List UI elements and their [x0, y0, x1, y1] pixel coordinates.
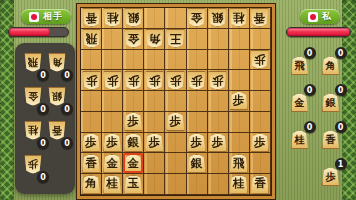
board-cell-2-2[interactable] — [102, 29, 123, 50]
board-cell-5-3[interactable] — [123, 91, 144, 112]
board-cell-3-7[interactable] — [208, 50, 229, 71]
board-cell-2-9[interactable] — [250, 29, 271, 50]
board-cell-9-1[interactable]: 角 — [81, 174, 102, 195]
board-cell-9-2[interactable]: 桂 — [102, 174, 123, 195]
board-cell-9-9[interactable]: 香 — [250, 174, 271, 195]
hand-piece-glyph: 銀 — [322, 93, 340, 112]
hand-piece-glyph: 香 — [322, 130, 340, 149]
hand-me-knight[interactable]: 桂0 — [291, 130, 309, 149]
opponent-badge: 相手 — [21, 9, 71, 24]
board-cell-8-7[interactable] — [208, 153, 229, 174]
board-cell-8-6[interactable]: 銀 — [187, 153, 208, 174]
capture-count-badge: 0 — [61, 137, 73, 149]
board-cell-5-9[interactable] — [250, 91, 271, 112]
piece-gote-king[interactable]: 王 — [166, 29, 185, 48]
hand-piece-glyph: 飛 — [291, 56, 309, 75]
capture-count-badge: 0 — [304, 121, 316, 133]
piece-sente-knight[interactable]: 桂 — [229, 175, 248, 194]
hand-me-silver[interactable]: 銀0 — [322, 93, 340, 112]
piece-gote-lance[interactable]: 香 — [250, 8, 269, 27]
me-badge: 私 — [300, 9, 340, 24]
board-cell-4-1[interactable]: 歩 — [81, 70, 102, 91]
board-cell-7-7[interactable]: 歩 — [208, 133, 229, 154]
board-cell-3-3[interactable] — [123, 50, 144, 71]
board-cell-4-3[interactable]: 歩 — [123, 70, 144, 91]
hand-me-gold[interactable]: 金0 — [291, 93, 309, 112]
hand-piece-glyph: 桂 — [291, 130, 309, 149]
shogi-app: 相手 飛0角0金0銀0桂0香0歩0 私 飛0角0金0銀0桂0香0歩1 香桂銀金銀… — [0, 0, 356, 200]
board-cell-2-3[interactable]: 金 — [123, 29, 144, 50]
piece-sente-pawn[interactable]: 歩 — [166, 112, 185, 131]
board-cell-7-2[interactable]: 歩 — [102, 133, 123, 154]
board-cell-3-8[interactable] — [229, 50, 250, 71]
board-cell-6-6[interactable] — [187, 112, 208, 133]
piece-gote-silver[interactable]: 銀 — [124, 8, 143, 27]
capture-count-badge: 1 — [335, 158, 347, 170]
piece-sente-pawn[interactable]: 歩 — [208, 133, 227, 152]
piece-sente-silver[interactable]: 銀 — [124, 133, 143, 152]
board-cell-5-7[interactable] — [208, 91, 229, 112]
board-cell-6-9[interactable] — [250, 112, 271, 133]
board-cell-9-6[interactable] — [187, 174, 208, 195]
piece-sente-lance[interactable]: 香 — [250, 175, 269, 194]
piece-gote-pawn[interactable]: 歩 — [103, 71, 122, 90]
piece-sente-king[interactable]: 玉 — [124, 175, 143, 194]
piece-gote-silver[interactable]: 銀 — [208, 8, 227, 27]
board-cell-7-9[interactable]: 歩 — [250, 133, 271, 154]
piece-gote-gold[interactable]: 金 — [124, 29, 143, 48]
hand-opponent-bishop[interactable]: 角0 — [48, 53, 66, 72]
capture-count-badge: 0 — [37, 69, 49, 81]
board-cell-1-5[interactable] — [165, 8, 186, 29]
board-cell-9-4[interactable] — [144, 174, 165, 195]
board-cell-5-4[interactable] — [144, 91, 165, 112]
capture-count-badge: 0 — [335, 84, 347, 96]
board-cell-9-3[interactable]: 玉 — [123, 174, 144, 195]
hand-me-pawn[interactable]: 歩1 — [322, 167, 340, 186]
hand-me-lance[interactable]: 香0 — [322, 130, 340, 149]
piece-gote-pawn[interactable]: 歩 — [187, 71, 206, 90]
board-cell-1-6[interactable]: 金 — [187, 8, 208, 29]
piece-sente-pawn[interactable]: 歩 — [250, 133, 269, 152]
piece-sente-lance[interactable]: 香 — [82, 154, 101, 173]
japan-flag-icon — [29, 12, 39, 22]
piece-sente-pawn[interactable]: 歩 — [103, 133, 122, 152]
piece-gote-pawn[interactable]: 歩 — [250, 50, 269, 69]
opponent-name: 相手 — [43, 10, 63, 23]
capture-count-badge: 0 — [335, 121, 347, 133]
board-cell-6-8[interactable] — [229, 112, 250, 133]
hand-piece-glyph: 歩 — [322, 167, 340, 186]
piece-gote-pawn[interactable]: 歩 — [82, 71, 101, 90]
board-cell-3-2[interactable] — [102, 50, 123, 71]
board-cell-2-5[interactable]: 王 — [165, 29, 186, 50]
piece-gote-bishop[interactable]: 角 — [145, 29, 164, 48]
board-cell-4-6[interactable]: 歩 — [187, 70, 208, 91]
board-cell-6-1[interactable] — [81, 112, 102, 133]
board-cell-6-7[interactable] — [208, 112, 229, 133]
board-cell-9-8[interactable]: 桂 — [229, 174, 250, 195]
board-cell-7-6[interactable]: 歩 — [187, 133, 208, 154]
piece-gote-knight[interactable]: 桂 — [229, 8, 248, 27]
hand-opponent-gold[interactable]: 金0 — [24, 87, 42, 106]
board-cell-6-3[interactable]: 歩 — [123, 112, 144, 133]
board-cell-2-7[interactable] — [208, 29, 229, 50]
board-cell-2-8[interactable] — [229, 29, 250, 50]
board-cell-3-1[interactable] — [81, 50, 102, 71]
me-time-fill — [287, 28, 350, 36]
board-cell-7-8[interactable] — [229, 133, 250, 154]
piece-sente-knight[interactable]: 桂 — [103, 175, 122, 194]
capture-count-badge: 0 — [335, 47, 347, 59]
board-cell-3-4[interactable] — [144, 50, 165, 71]
board-cell-2-6[interactable] — [187, 29, 208, 50]
board-cell-8-3[interactable]: 金 — [123, 153, 144, 174]
capture-count-badge: 0 — [304, 47, 316, 59]
board-cell-9-5[interactable] — [165, 174, 186, 195]
capture-count-badge: 0 — [304, 84, 316, 96]
piece-sente-pawn[interactable]: 歩 — [187, 133, 206, 152]
hand-me-rook[interactable]: 飛0 — [291, 56, 309, 75]
board-cell-8-2[interactable]: 金 — [102, 153, 123, 174]
opponent-time-fill — [9, 28, 50, 36]
board-cell-1-3[interactable]: 銀 — [123, 8, 144, 29]
piece-sente-pawn[interactable]: 歩 — [145, 133, 164, 152]
hand-opponent-knight[interactable]: 桂0 — [24, 121, 42, 140]
capture-count-badge: 0 — [37, 137, 49, 149]
piece-gote-lance[interactable]: 香 — [82, 8, 101, 27]
piece-sente-pawn[interactable]: 歩 — [82, 133, 101, 152]
piece-sente-pawn[interactable]: 歩 — [124, 112, 143, 131]
board-cell-1-8[interactable]: 桂 — [229, 8, 250, 29]
board-cell-7-5[interactable] — [165, 133, 186, 154]
me-time-bar — [286, 27, 351, 37]
hand-me-bishop[interactable]: 角0 — [322, 56, 340, 75]
piece-gote-pawn[interactable]: 歩 — [145, 71, 164, 90]
piece-sente-gold[interactable]: 金 — [124, 154, 143, 173]
board-cell-1-4[interactable] — [144, 8, 165, 29]
board-cell-5-5[interactable] — [165, 91, 186, 112]
board-cell-4-2[interactable]: 歩 — [102, 70, 123, 91]
me-name: 私 — [322, 10, 332, 23]
hand-piece-glyph: 金 — [291, 93, 309, 112]
board-cell-4-7[interactable]: 歩 — [208, 70, 229, 91]
capture-count-badge: 0 — [37, 103, 49, 115]
board-cell-8-5[interactable] — [165, 153, 186, 174]
piece-sente-silver[interactable]: 銀 — [187, 154, 206, 173]
piece-gote-pawn[interactable]: 歩 — [208, 71, 227, 90]
board-cell-5-6[interactable] — [187, 91, 208, 112]
hand-opponent-pawn[interactable]: 歩0 — [24, 155, 42, 174]
board-cell-8-8[interactable]: 飛 — [229, 153, 250, 174]
hand-opponent-silver[interactable]: 銀0 — [48, 87, 66, 106]
capture-count-badge: 0 — [61, 69, 73, 81]
board-cell-8-1[interactable]: 香 — [81, 153, 102, 174]
board-cell-1-1[interactable]: 香 — [81, 8, 102, 29]
board-cell-5-1[interactable] — [81, 91, 102, 112]
hand-opponent-lance[interactable]: 香0 — [48, 121, 66, 140]
board-cell-5-2[interactable] — [102, 91, 123, 112]
board-cell-4-8[interactable] — [229, 70, 250, 91]
piece-sente-bishop[interactable]: 角 — [82, 175, 101, 194]
board-cell-3-5[interactable] — [165, 50, 186, 71]
board-cell-4-9[interactable] — [250, 70, 271, 91]
piece-gote-knight[interactable]: 桂 — [103, 8, 122, 27]
piece-sente-rook[interactable]: 飛 — [229, 154, 248, 173]
board-cell-8-4[interactable] — [144, 153, 165, 174]
board-cell-3-9[interactable]: 歩 — [250, 50, 271, 71]
board-cell-2-4[interactable]: 角 — [144, 29, 165, 50]
japan-flag-icon — [308, 12, 318, 22]
board-cell-1-7[interactable]: 銀 — [208, 8, 229, 29]
opponent-time-bar — [8, 27, 69, 37]
piece-sente-gold[interactable]: 金 — [103, 154, 122, 173]
board-cell-1-2[interactable]: 桂 — [102, 8, 123, 29]
board-cell-2-1[interactable]: 飛 — [81, 29, 102, 50]
piece-gote-rook[interactable]: 飛 — [82, 29, 101, 48]
piece-gote-pawn[interactable]: 歩 — [124, 71, 143, 90]
me-capture-tray: 飛0角0金0銀0桂0香0歩1 — [284, 50, 346, 200]
board-cell-6-4[interactable] — [144, 112, 165, 133]
board-cell-4-5[interactable]: 歩 — [165, 70, 186, 91]
opponent-capture-tray: 飛0角0金0銀0桂0香0歩0 — [15, 43, 75, 194]
piece-gote-pawn[interactable]: 歩 — [166, 71, 185, 90]
board-cell-5-8[interactable]: 歩 — [229, 91, 250, 112]
board-cell-8-9[interactable] — [250, 153, 271, 174]
board-cell-6-5[interactable]: 歩 — [165, 112, 186, 133]
hand-piece-glyph: 角 — [322, 56, 340, 75]
hand-opponent-rook[interactable]: 飛0 — [24, 53, 42, 72]
board-cell-1-9[interactable]: 香 — [250, 8, 271, 29]
piece-sente-pawn[interactable]: 歩 — [229, 91, 248, 110]
board-cell-4-4[interactable]: 歩 — [144, 70, 165, 91]
shogi-board[interactable]: 香桂銀金銀桂香飛金角王歩歩歩歩歩歩歩歩歩歩歩歩歩銀歩歩歩歩香金金銀飛角桂玉桂香 — [80, 7, 272, 196]
board-cell-7-4[interactable]: 歩 — [144, 133, 165, 154]
capture-count-badge: 0 — [37, 171, 49, 183]
board-cell-6-2[interactable] — [102, 112, 123, 133]
board-cell-7-3[interactable]: 銀 — [123, 133, 144, 154]
capture-count-badge: 0 — [61, 103, 73, 115]
board-cell-3-6[interactable] — [187, 50, 208, 71]
board-cell-7-1[interactable]: 歩 — [81, 133, 102, 154]
board-cell-9-7[interactable] — [208, 174, 229, 195]
piece-gote-gold[interactable]: 金 — [187, 8, 206, 27]
